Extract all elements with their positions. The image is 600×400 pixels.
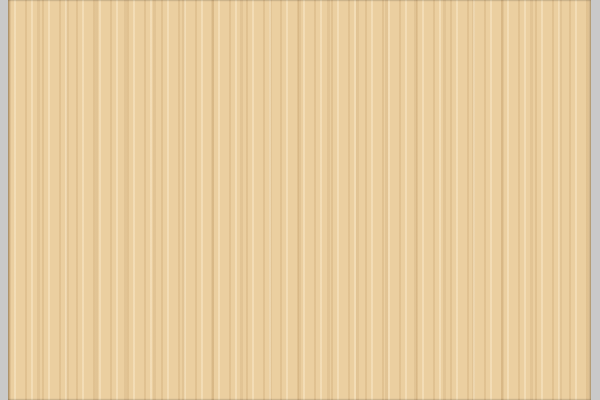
board-grid bbox=[0, 0, 600, 400]
xiangqi-board[interactable] bbox=[8, 0, 591, 400]
app-window bbox=[0, 0, 600, 400]
